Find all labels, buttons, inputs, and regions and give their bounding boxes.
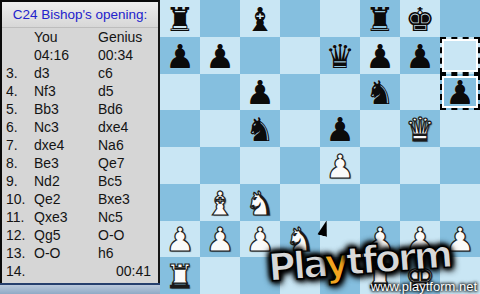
black-move: Bc5 — [98, 172, 158, 190]
square-b6[interactable] — [200, 74, 240, 111]
white-move: O-O — [34, 244, 98, 262]
white-move: Qxe3 — [34, 208, 98, 226]
square-g4[interactable] — [400, 147, 440, 184]
white-move: d3 — [34, 64, 98, 82]
move-row-5: 5.Bb3Bd6 — [2, 100, 158, 118]
black-queen: ♛ — [325, 40, 355, 73]
move-number: 4. — [6, 82, 34, 100]
current-move-row: 14. 00:41 — [2, 262, 158, 280]
move-row-8: 8.Be3Qe7 — [2, 154, 158, 172]
move-row-4: 4.Nf3d5 — [2, 82, 158, 100]
black-move: Qe7 — [98, 154, 158, 172]
white-knight: ♞ — [285, 223, 315, 256]
square-f4[interactable] — [360, 147, 400, 184]
move-row-11: 11.Qxe3Nc5 — [2, 208, 158, 226]
black-knight: ♞ — [245, 113, 275, 146]
white-pawn: ♟ — [325, 150, 355, 183]
square-d5[interactable] — [280, 110, 320, 147]
move-number: 5. — [6, 100, 34, 118]
white-move: Nf3 — [34, 82, 98, 100]
black-pawn: ♟ — [165, 40, 195, 73]
square-h6[interactable]: ♟ — [440, 74, 480, 111]
black-clock: 00:34 — [98, 46, 158, 64]
white-pawn: ♟ — [245, 223, 275, 256]
chess-board: ♜♝♜♚♟♟♛♟♟♟♞♟♞♟♛♟♝♞♟♟♟♞♟♟♟♜♜♚ — [160, 0, 480, 294]
spacer — [6, 46, 34, 64]
square-a1[interactable]: ♜ — [160, 257, 200, 294]
white-move: Be3 — [34, 154, 98, 172]
player-names-row: You Genius — [2, 28, 158, 46]
square-a7[interactable]: ♟ — [160, 37, 200, 74]
move-row-12: 12.Qg5O-O — [2, 226, 158, 244]
square-g7[interactable]: ♟ — [400, 37, 440, 74]
square-g3[interactable] — [400, 184, 440, 221]
black-move: Nc5 — [98, 208, 158, 226]
white-pawn: ♟ — [205, 223, 235, 256]
square-a4[interactable] — [160, 147, 200, 184]
square-d4[interactable] — [280, 147, 320, 184]
square-e5[interactable]: ♟ — [320, 110, 360, 147]
square-d3[interactable] — [280, 184, 320, 221]
white-move: Bb3 — [34, 100, 98, 118]
move-number: 7. — [6, 136, 34, 154]
square-b4[interactable] — [200, 147, 240, 184]
move-row-3: 3.d3c6 — [2, 64, 158, 82]
move-row-13: 13.O-Oh6 — [2, 244, 158, 262]
square-c3[interactable]: ♞ — [240, 184, 280, 221]
move-row-9: 9.Nd2Bc5 — [2, 172, 158, 190]
square-a2[interactable]: ♟ — [160, 221, 200, 258]
square-b7[interactable]: ♟ — [200, 37, 240, 74]
black-king: ♚ — [405, 3, 435, 36]
white-move: Qe2 — [34, 190, 98, 208]
white-pawn: ♟ — [445, 223, 475, 256]
square-e1[interactable] — [320, 257, 360, 294]
square-b2[interactable]: ♟ — [200, 221, 240, 258]
white-pawn: ♟ — [405, 223, 435, 256]
square-c4[interactable] — [240, 147, 280, 184]
white-move: Nd2 — [34, 172, 98, 190]
square-f7[interactable]: ♟ — [360, 37, 400, 74]
black-pawn: ♟ — [445, 76, 475, 109]
black-pawn: ♟ — [205, 40, 235, 73]
white-pawn: ♟ — [365, 223, 395, 256]
black-pawn: ♟ — [365, 40, 395, 73]
square-d7[interactable] — [280, 37, 320, 74]
square-a8[interactable]: ♜ — [160, 0, 200, 37]
square-g2[interactable]: ♟ — [400, 221, 440, 258]
black-move: O-O — [98, 226, 158, 244]
move-number: 13. — [6, 244, 34, 262]
square-b1[interactable] — [200, 257, 240, 294]
square-d8[interactable] — [280, 0, 320, 37]
current-move-number: 14. — [6, 262, 34, 280]
square-f5[interactable] — [360, 110, 400, 147]
move-list: 3.d3c64.Nf3d55.Bb3Bd66.Nc3dxe47.dxe4Na68… — [2, 64, 158, 262]
move-number: 9. — [6, 172, 34, 190]
square-h8[interactable] — [440, 0, 480, 37]
square-a6[interactable] — [160, 74, 200, 111]
black-rook: ♜ — [365, 3, 395, 36]
black-pawn: ♟ — [245, 76, 275, 109]
square-h4[interactable] — [440, 147, 480, 184]
black-player-name: Genius — [98, 28, 158, 46]
square-f6[interactable]: ♞ — [360, 74, 400, 111]
square-b8[interactable] — [200, 0, 240, 37]
square-g6[interactable] — [400, 74, 440, 111]
chess-app-screen: C24 Bishop's opening: You Genius 04:16 0… — [0, 0, 480, 294]
move-row-7: 7.dxe4Na6 — [2, 136, 158, 154]
clocks-row: 04:16 00:34 — [2, 46, 158, 64]
square-h5[interactable] — [440, 110, 480, 147]
black-rook: ♜ — [165, 3, 195, 36]
move-row-10: 10.Qe2Bxe3 — [2, 190, 158, 208]
square-g1[interactable]: ♚ — [400, 257, 440, 294]
white-pawn: ♟ — [165, 223, 195, 256]
move-number: 11. — [6, 208, 34, 226]
white-bishop: ♝ — [205, 187, 235, 220]
move-number: 8. — [6, 154, 34, 172]
square-f3[interactable] — [360, 184, 400, 221]
spacer — [34, 262, 98, 280]
black-knight: ♞ — [365, 76, 395, 109]
white-player-name: You — [34, 28, 98, 46]
spacer — [6, 28, 34, 46]
square-h2[interactable]: ♟ — [440, 221, 480, 258]
black-move: Bd6 — [98, 100, 158, 118]
white-move: Qg5 — [34, 226, 98, 244]
square-g5[interactable]: ♛ — [400, 110, 440, 147]
square-e4[interactable]: ♟ — [320, 147, 360, 184]
white-rook: ♜ — [365, 260, 395, 293]
square-h7[interactable] — [440, 37, 480, 74]
white-move: dxe4 — [34, 136, 98, 154]
white-queen: ♛ — [405, 113, 435, 146]
black-move: dxe4 — [98, 118, 158, 136]
move-number: 12. — [6, 226, 34, 244]
white-clock: 04:16 — [34, 46, 98, 64]
square-e2[interactable] — [320, 221, 360, 258]
black-bishop: ♝ — [245, 3, 275, 36]
square-d1[interactable] — [280, 257, 320, 294]
square-d6[interactable] — [280, 74, 320, 111]
opening-name: C24 Bishop's opening: — [2, 2, 158, 28]
move-row-6: 6.Nc3dxe4 — [2, 118, 158, 136]
bottom-bar — [0, 283, 160, 294]
black-move: c6 — [98, 64, 158, 82]
black-pawn: ♟ — [405, 40, 435, 73]
black-move: h6 — [98, 244, 158, 262]
black-pawn: ♟ — [325, 113, 355, 146]
square-e8[interactable] — [320, 0, 360, 37]
square-c1[interactable] — [240, 257, 280, 294]
move-list-panel: C24 Bishop's opening: You Genius 04:16 0… — [0, 0, 160, 294]
square-c5[interactable]: ♞ — [240, 110, 280, 147]
black-move: Bxe3 — [98, 190, 158, 208]
square-e6[interactable] — [320, 74, 360, 111]
square-c8[interactable]: ♝ — [240, 0, 280, 37]
current-move-clock: 00:41 — [98, 262, 158, 280]
black-move: d5 — [98, 82, 158, 100]
square-f2[interactable]: ♟ — [360, 221, 400, 258]
square-g8[interactable]: ♚ — [400, 0, 440, 37]
move-number: 6. — [6, 118, 34, 136]
square-h1[interactable] — [440, 257, 480, 294]
square-b5[interactable] — [200, 110, 240, 147]
square-f1[interactable]: ♜ — [360, 257, 400, 294]
move-number: 10. — [6, 190, 34, 208]
square-c2[interactable]: ♟ — [240, 221, 280, 258]
square-a3[interactable] — [160, 184, 200, 221]
square-d2[interactable]: ♞ — [280, 221, 320, 258]
square-a5[interactable] — [160, 110, 200, 147]
white-rook: ♜ — [165, 260, 195, 293]
white-move: Nc3 — [34, 118, 98, 136]
white-king: ♚ — [405, 260, 435, 293]
square-c7[interactable] — [240, 37, 280, 74]
square-b3[interactable]: ♝ — [200, 184, 240, 221]
square-f8[interactable]: ♜ — [360, 0, 400, 37]
square-h3[interactable] — [440, 184, 480, 221]
black-move: Na6 — [98, 136, 158, 154]
square-e7[interactable]: ♛ — [320, 37, 360, 74]
move-number: 3. — [6, 64, 34, 82]
square-c6[interactable]: ♟ — [240, 74, 280, 111]
square-e3[interactable] — [320, 184, 360, 221]
white-knight: ♞ — [245, 187, 275, 220]
